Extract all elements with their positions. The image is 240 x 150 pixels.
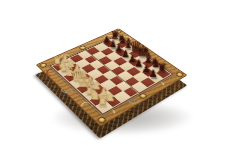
square-h7: ♟ [149, 74, 163, 83]
brass-medallion [40, 63, 47, 67]
chess-set-photo: ♜♞♝♛♚♝♞♜♟♟♟♟♟♟♟♟♟♟♟♟♟♟♟♟♜♞♝♛♚♝♞♜ [0, 0, 240, 150]
square-h8: ♜ [157, 69, 171, 78]
square-b3 [76, 59, 89, 67]
piece-black-knight: ♞ [149, 57, 159, 70]
brass-medallion [98, 117, 106, 123]
brass-medallion [176, 72, 183, 77]
board-scene: ♜♞♝♛♚♝♞♜♟♟♟♟♟♟♟♟♟♟♟♟♟♟♟♟♜♞♝♛♚♝♞♜ [55, 14, 167, 126]
perspective-scene: ♜♞♝♛♚♝♞♜♟♟♟♟♟♟♟♟♟♟♟♟♟♟♟♟♜♞♝♛♚♝♞♜ [55, 14, 167, 126]
brass-medallion [115, 30, 121, 33]
square-h6 [141, 78, 155, 87]
clasp-medallion [139, 93, 147, 98]
